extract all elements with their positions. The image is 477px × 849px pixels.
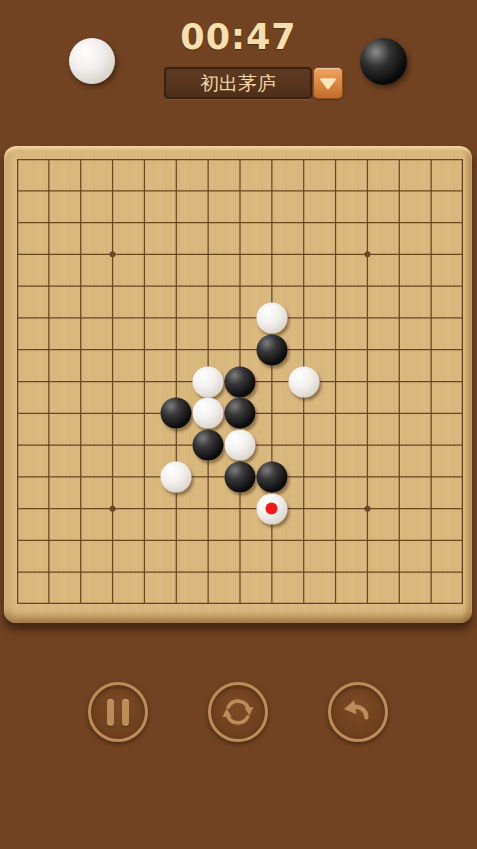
- restart-icon: [220, 694, 256, 730]
- star-point: [110, 251, 116, 257]
- white-stone: [161, 461, 192, 492]
- star-point: [364, 251, 370, 257]
- black-stone: [256, 334, 287, 365]
- white-stone: [193, 398, 224, 429]
- black-stone: [225, 398, 256, 429]
- white-stone: [256, 493, 287, 524]
- restart-button[interactable]: [208, 682, 268, 742]
- black-stone: [193, 430, 224, 461]
- black-player-stone: [360, 38, 407, 85]
- pause-button[interactable]: [88, 682, 148, 742]
- undo-button[interactable]: [328, 682, 388, 742]
- white-player-stone: [69, 38, 115, 84]
- board-grid-area[interactable]: [17, 159, 463, 604]
- difficulty-label: 初出茅庐: [200, 74, 276, 93]
- white-stone: [225, 430, 256, 461]
- star-point: [364, 506, 370, 512]
- star-point: [110, 506, 116, 512]
- white-stone: [193, 366, 224, 397]
- chevron-down-icon: [319, 77, 337, 90]
- black-stone: [161, 398, 192, 429]
- difficulty-dropdown[interactable]: 初出茅庐: [164, 67, 312, 99]
- last-move-marker: [266, 503, 278, 515]
- black-stone: [225, 461, 256, 492]
- timer: 00:47: [180, 17, 296, 57]
- undo-icon: [337, 692, 380, 733]
- black-stone: [225, 366, 256, 397]
- black-stone: [256, 461, 287, 492]
- white-stone: [288, 366, 319, 397]
- gomoku-game-screen: 00:47 初出茅庐: [0, 0, 477, 849]
- gomoku-board[interactable]: [4, 146, 472, 623]
- pause-icon: [107, 699, 129, 726]
- dropdown-arrow-button[interactable]: [313, 67, 343, 99]
- white-stone: [256, 302, 287, 333]
